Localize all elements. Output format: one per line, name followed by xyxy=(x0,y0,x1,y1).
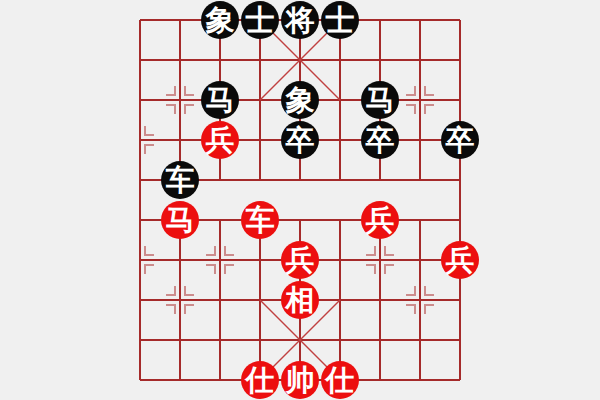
piece-red-horse-b5[interactable]: 马 xyxy=(161,201,199,239)
piece-red-soldier-e6[interactable]: 兵 xyxy=(281,241,319,279)
piece-red-soldier-c3[interactable]: 兵 xyxy=(201,121,239,159)
piece-black-advisor-d0[interactable]: 士 xyxy=(241,1,279,39)
piece-black-soldier-i3[interactable]: 卒 xyxy=(441,121,479,159)
piece-red-chariot-d5[interactable]: 车 xyxy=(241,201,279,239)
piece-black-general-e0[interactable]: 将 xyxy=(281,1,319,39)
piece-black-chariot-b4[interactable]: 车 xyxy=(161,161,199,199)
piece-black-elephant-c0[interactable]: 象 xyxy=(201,1,239,39)
xiangqi-board[interactable]: 象士将士马象马兵卒卒卒车马车兵兵兵相仕帅仕 xyxy=(0,0,600,400)
piece-red-general-e9[interactable]: 帅 xyxy=(281,361,319,399)
piece-black-soldier-g3[interactable]: 卒 xyxy=(361,121,399,159)
piece-red-soldier-i6[interactable]: 兵 xyxy=(441,241,479,279)
piece-black-advisor-f0[interactable]: 士 xyxy=(321,1,359,39)
pieces-layer: 象士将士马象马兵卒卒卒车马车兵兵兵相仕帅仕 xyxy=(0,0,600,400)
piece-black-horse-g2[interactable]: 马 xyxy=(361,81,399,119)
xiangqi-screenshot-root: 象士将士马象马兵卒卒卒车马车兵兵兵相仕帅仕 xyxy=(0,0,600,400)
piece-black-soldier-e3[interactable]: 卒 xyxy=(281,121,319,159)
piece-red-elephant-e7[interactable]: 相 xyxy=(281,281,319,319)
piece-red-advisor-f9[interactable]: 仕 xyxy=(321,361,359,399)
piece-black-horse-c2[interactable]: 马 xyxy=(201,81,239,119)
piece-red-advisor-d9[interactable]: 仕 xyxy=(241,361,279,399)
piece-black-elephant-e2[interactable]: 象 xyxy=(281,81,319,119)
piece-red-soldier-g5[interactable]: 兵 xyxy=(361,201,399,239)
